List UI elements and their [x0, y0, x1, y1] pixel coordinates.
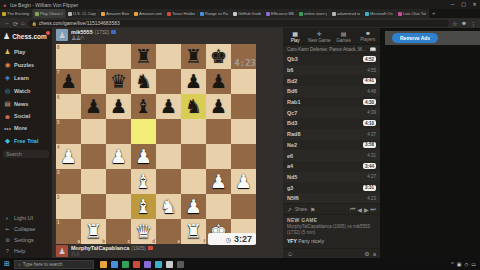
game-controls-row: ↗ Share ⚑ ⏮◀▶⏭ [283, 203, 380, 214]
rank-label: 5 [57, 120, 60, 125]
sidebar-item-label: Watch [14, 88, 30, 94]
move-row[interactable]: N5f64:23 [283, 193, 380, 203]
black-pawn[interactable]: ♟ [206, 69, 231, 94]
taskbar-app-icon[interactable] [133, 261, 140, 268]
browser-tab[interactable]: GitHub Guide to K... [231, 9, 264, 18]
tab-label: GitHub Guide to K... [238, 11, 261, 16]
square-b3[interactable] [81, 169, 106, 194]
new-tab-button[interactable]: + [429, 9, 439, 18]
browser-tabstrip: The Exciting Univer...Play Chess Online … [0, 9, 480, 18]
bottom-player-clock: ◷ 3:27 [208, 233, 256, 245]
tray-volume-icon[interactable]: ◇ [464, 261, 468, 267]
refresh-icon[interactable]: ⟳ [13, 20, 18, 27]
white-rook[interactable]: ♜ [81, 219, 106, 244]
square-g3[interactable]: ♟ [206, 169, 231, 194]
sidebar-item-puzzles[interactable]: ◉Puzzles [0, 58, 52, 71]
square-g6[interactable]: ♟ [206, 94, 231, 119]
browser-tab[interactable]: Play Chess Online for FRE... [33, 9, 66, 18]
white-pawn[interactable]: ♟ [131, 144, 156, 169]
square-a4[interactable]: 4♟ [56, 144, 81, 169]
tab-favicon [266, 12, 270, 16]
back-icon[interactable]: ← [4, 20, 10, 26]
sidebar-menu: ♟Play◉Puzzles◈Learn◎Watch▤News☻Social•••… [0, 45, 52, 134]
square-b6[interactable]: ♟ [81, 94, 106, 119]
browser-tab[interactable]: adamstrad se... [330, 9, 363, 18]
move-time: 3:44 [363, 163, 376, 169]
square-g7[interactable]: ♟ [206, 69, 231, 94]
square-e1[interactable]: e [156, 219, 181, 244]
sidebar-item-watch[interactable]: ◎Watch [0, 84, 52, 97]
bottom-player-flag-icon [148, 246, 153, 250]
chat-message: YFY Party nicely [287, 238, 376, 244]
ad-strip: Remove Ads [385, 31, 480, 45]
square-e5[interactable] [156, 119, 181, 144]
square-b8[interactable] [81, 44, 106, 69]
move-san[interactable]: Bd3 [287, 120, 363, 126]
white-pawn[interactable]: ♟ [56, 144, 81, 169]
square-b2[interactable] [81, 194, 106, 219]
close-button[interactable]: ✕ [469, 0, 480, 9]
square-c8[interactable] [106, 44, 131, 69]
white-pawn[interactable]: ♟ [106, 144, 131, 169]
chess-board[interactable]: 8♜♜♚7♟♛♞♟♟6♟♟♝♟♞♟54♟♟♟3♝♟♟2♝♞♟1ab♜cd♛ef♜… [56, 44, 256, 244]
sidebar-footer-collapse[interactable]: ⇤Collapse [0, 223, 52, 234]
move-time: 4:41 [363, 78, 376, 84]
panel-tab-new-game[interactable]: ✛New Game [307, 28, 331, 44]
tab-favicon [134, 12, 138, 16]
url-text: chess.com/game/live/115134683583 [39, 20, 120, 26]
move-san[interactable]: e6 [287, 153, 367, 159]
white-bishop[interactable]: ♝ [131, 194, 156, 219]
square-h7[interactable] [231, 69, 256, 94]
sidebar-footer-help[interactable]: ?Help [0, 245, 52, 256]
panel-tab-label: Games [336, 38, 351, 43]
move-row[interactable]: Rad84:37 [283, 129, 380, 140]
square-b1[interactable]: b♜ [81, 219, 106, 244]
square-c6[interactable]: ♟ [106, 94, 131, 119]
move-time: 4:48 [367, 89, 376, 94]
rank-label: 1 [57, 220, 60, 225]
taskbar-search-input[interactable]: ○ Type here to search [14, 260, 94, 269]
chat-message-text: Party nicely [298, 238, 324, 244]
square-c1[interactable]: c [106, 219, 131, 244]
square-c4[interactable]: ♟ [106, 144, 131, 169]
lock-icon: 🔒 [32, 21, 37, 26]
tab-favicon [35, 12, 39, 16]
square-f8[interactable]: ♜ [181, 44, 206, 69]
book-icon: 📖 [370, 46, 376, 52]
browser-tab[interactable]: Amazon.com De... [132, 9, 165, 18]
taskbar-app-icon[interactable] [100, 261, 107, 268]
square-d6[interactable]: ♝ [131, 94, 156, 119]
taskbar-search-placeholder: Type here to search [23, 262, 63, 267]
browser-tab[interactable]: Amazon Books Be... [99, 9, 132, 18]
sidebar-footer-label: Help [14, 248, 25, 254]
ad-area: Remove Ads [380, 28, 480, 258]
url-field[interactable]: 🔒 chess.com/game/live/115134683583 [28, 20, 450, 27]
black-pawn[interactable]: ♟ [56, 69, 81, 94]
move-san[interactable]: Bd2 [287, 78, 363, 84]
square-g4[interactable] [206, 144, 231, 169]
move-row[interactable]: a43:44 [283, 161, 380, 172]
tab-label: Amazon Books Be... [106, 11, 129, 16]
go-end-icon[interactable]: ⏭ [371, 206, 376, 213]
move-row[interactable]: Nd54:27 [283, 172, 380, 183]
square-c5[interactable] [106, 119, 131, 144]
black-pawn[interactable]: ♟ [81, 94, 106, 119]
play-icon: ▦ [292, 30, 298, 37]
move-san[interactable]: g3 [287, 185, 363, 191]
taskbar-tray: ^▣◇▭ [451, 261, 480, 267]
more-icon: ••• [4, 125, 11, 132]
sidebar-item-label: Play [14, 49, 25, 55]
panel-tab-label: Players [360, 37, 375, 42]
move-time: 4:10 [363, 120, 376, 126]
home-icon[interactable]: ⌂ [21, 20, 25, 26]
top-player-captured-pieces: ♙♙♘ [71, 35, 116, 41]
window-title: Ice Begin - William Von Flipper [6, 2, 78, 8]
tab-favicon [167, 12, 171, 16]
move-time: 3:31 [363, 185, 376, 191]
top-player-flag-icon [111, 30, 116, 34]
square-b7[interactable] [81, 69, 106, 94]
move-time: 4:31 [367, 153, 376, 158]
browser-tab[interactable]: Efficance MMO Surgi... [264, 9, 297, 18]
move-san[interactable]: Rab1 [287, 99, 363, 105]
square-h6[interactable] [231, 94, 256, 119]
puzzles-icon: ◉ [4, 61, 11, 69]
share-label[interactable]: Share [295, 207, 307, 212]
square-h3[interactable]: ♟ [231, 169, 256, 194]
sidebar-item-label: More [14, 125, 27, 131]
move-row[interactable]: e64:31 [283, 150, 380, 161]
square-a3[interactable]: 3 [56, 169, 81, 194]
chat-message-user: YFY [287, 238, 297, 244]
move-san[interactable]: Qc7 [287, 110, 367, 116]
collapse-icon: ⇤ [4, 226, 11, 232]
taskbar-app-icon[interactable] [166, 261, 173, 268]
games-icon: ▤ [341, 30, 347, 37]
sidebar-footer: ◐Light UI⇤Collapse⚙Settings?Help [0, 212, 52, 256]
move-san[interactable]: Ne2 [287, 142, 363, 148]
black-rook[interactable]: ♜ [181, 44, 206, 69]
taskbar-app-icon[interactable] [155, 261, 162, 268]
sidebar-item-learn[interactable]: ◈Learn [0, 71, 52, 84]
move-san[interactable]: Qb3 [287, 56, 363, 62]
square-e8[interactable] [156, 44, 181, 69]
tab-label: online store gro... [304, 11, 327, 16]
square-g5[interactable] [206, 119, 231, 144]
square-c7[interactable]: ♛ [106, 69, 131, 94]
logo-text: Chess.com [12, 33, 47, 40]
move-san[interactable]: Bd6 [287, 88, 367, 94]
move-row[interactable]: Bd34:10 [283, 118, 380, 129]
window-controls: ─ ▢ ✕ [447, 0, 480, 9]
browser-tab[interactable]: The Exciting Univer... [0, 9, 33, 18]
taskbar-app-icon[interactable] [122, 261, 129, 268]
tab-label: The Exciting Univer... [7, 11, 30, 16]
notification-badge [46, 31, 50, 35]
sidebar-item-label: Puzzles [14, 62, 34, 68]
square-f6[interactable]: ♞ [181, 94, 206, 119]
black-knight[interactable]: ♞ [181, 94, 206, 119]
black-pawn[interactable]: ♟ [156, 94, 181, 119]
square-f3[interactable] [181, 169, 206, 194]
square-h2[interactable] [231, 194, 256, 219]
move-time: 4:23 [367, 196, 376, 201]
settings-icon: ⚙ [4, 237, 11, 243]
square-e3[interactable] [156, 169, 181, 194]
rank-label: 8 [57, 45, 60, 50]
black-pawn[interactable]: ♟ [206, 94, 231, 119]
move-row[interactable]: Qc74:39 [283, 107, 380, 118]
square-f7[interactable]: ♟ [181, 69, 206, 94]
top-player-clock: 4:23 [234, 58, 256, 68]
sidebar-footer-label: Light UI [14, 215, 33, 221]
tab-label: Efficance MMO Surgi... [271, 11, 294, 16]
resign-flag-icon[interactable]: ⚑ [310, 206, 315, 213]
browser-tab[interactable]: Range vs Range Eq... [198, 9, 231, 18]
square-f4[interactable] [181, 144, 206, 169]
go-start-icon[interactable]: ⏮ [350, 206, 355, 213]
tray-battery-icon[interactable]: ▭ [471, 261, 476, 267]
tab-favicon [101, 12, 105, 16]
square-d2[interactable]: ♝ [131, 194, 156, 219]
move-row[interactable]: g33:31 [283, 182, 380, 193]
move-time: 4:39 [367, 110, 376, 115]
white-knight[interactable]: ♞ [156, 194, 181, 219]
move-row[interactable]: Rab14:30 [283, 97, 380, 108]
square-h5[interactable] [231, 119, 256, 144]
browser-tab[interactable]: online store gro... [297, 9, 330, 18]
minimize-button[interactable]: ─ [447, 0, 458, 9]
square-e2[interactable]: ♞ [156, 194, 181, 219]
share-icon[interactable]: ↗ [287, 206, 292, 213]
tray-network-icon[interactable]: ▣ [457, 261, 462, 267]
taskbar-app-icon[interactable] [144, 261, 151, 268]
taskbar-search-icon: ○ [18, 262, 21, 267]
white-bishop[interactable]: ♝ [131, 169, 156, 194]
square-d5[interactable] [131, 119, 156, 144]
news-icon: ▤ [4, 100, 11, 108]
square-a6[interactable]: 6 [56, 94, 81, 119]
sidebar-item-label: Learn [14, 75, 29, 81]
window-titlebar: ● Ice Begin - William Von Flipper ─ ▢ ✕ [0, 0, 480, 9]
maximize-button[interactable]: ▢ [458, 0, 469, 9]
learn-icon: ◈ [4, 74, 11, 82]
panel-tab-label: New Game [308, 38, 331, 43]
tab-favicon [365, 12, 369, 16]
panel-tab-label: Play [291, 38, 300, 43]
sidebar-footer-light-ui[interactable]: ◐Light UI [0, 212, 52, 223]
square-e6[interactable]: ♟ [156, 94, 181, 119]
move-row[interactable]: Bd64:48 [283, 86, 380, 97]
square-b5[interactable] [81, 119, 106, 144]
move-time: 4:55 [367, 68, 376, 73]
move-list[interactable]: Qb34:52b64:55Bd24:41Bd64:48Rab14:30Qc74:… [283, 54, 380, 203]
top-player-info: mik5555 (1732) ♙♙♘ [71, 28, 116, 42]
clock-icon: ◷ [226, 236, 231, 243]
bottom-player-avatar[interactable]: ♟ [56, 245, 68, 257]
rank-label: 6 [57, 95, 60, 100]
remove-ads-button[interactable]: Remove Ads [392, 33, 438, 43]
tab-favicon [299, 12, 303, 16]
black-king[interactable]: ♚ [206, 44, 231, 69]
bottom-player-captured-pieces: ♟♝ [71, 251, 153, 257]
square-d8[interactable]: ♜ [131, 44, 156, 69]
play-icon: ♟ [4, 48, 11, 56]
bookmark-star-icon[interactable]: ☆ [452, 20, 457, 27]
black-queen[interactable]: ♛ [106, 69, 131, 94]
tab-label: Play Chess Online for FRE... [40, 11, 63, 16]
browser-tab[interactable]: Lois Choi Talent Co... [396, 9, 429, 18]
black-bishop[interactable]: ♝ [131, 94, 156, 119]
white-rook[interactable]: ♜ [181, 219, 206, 244]
help-icon: ? [4, 248, 11, 254]
watch-icon: ◎ [4, 87, 11, 95]
white-pawn[interactable]: ♟ [231, 169, 256, 194]
panel-tab-games[interactable]: ▤Games [332, 28, 356, 44]
move-san[interactable]: N5f6 [287, 195, 367, 201]
panel-tabs: ▦Play✛New Game▤Games☻Players [283, 28, 380, 45]
logo-pawn-icon: ♟ [3, 32, 10, 41]
free-trial-label: Free Trial [14, 138, 38, 144]
players-icon: ☻ [365, 30, 371, 36]
tab-favicon [2, 12, 6, 16]
browser-addressbar: ← ⟳ ⌂ 🔒 chess.com/game/live/115134683583… [0, 18, 480, 28]
move-san[interactable]: Nd5 [287, 174, 367, 180]
diamond-icon: ◆ [4, 137, 11, 145]
emoji-icon[interactable]: ☺ [287, 251, 293, 257]
square-f1[interactable]: f♜ [181, 219, 206, 244]
move-row[interactable]: b64:55 [283, 65, 380, 76]
square-g2[interactable] [206, 194, 231, 219]
chat-box: NEW GAME MorphyTalCapablanca (1905) vs m… [283, 214, 380, 248]
square-b4[interactable] [81, 144, 106, 169]
text-size-icon[interactable]: a [373, 251, 376, 257]
square-a8[interactable]: 8 [56, 44, 81, 69]
move-san[interactable]: Rad8 [287, 131, 367, 137]
square-c2[interactable] [106, 194, 131, 219]
taskbar-app-icon[interactable] [111, 261, 118, 268]
square-d7[interactable]: ♞ [131, 69, 156, 94]
taskbar-app-icons [100, 261, 184, 268]
browser-menu-icon[interactable]: ⋮ [470, 20, 476, 27]
tab-label: Lois Choi Talent Co... [403, 11, 426, 16]
sidebar-item-news[interactable]: ▤News [0, 97, 52, 110]
sidebar-search-input[interactable]: Search [3, 150, 49, 158]
board-area: ♟ mik5555 (1732) ♙♙♘ 8♜♜♚7♟♛♞♟♟6♟♟♝♟♞♟54… [52, 28, 283, 258]
tab-label: Amazon.com De... [139, 11, 162, 16]
sidebar-item-free-trial[interactable]: ◆ Free Trial [0, 134, 52, 147]
move-time: 4:37 [367, 132, 376, 137]
tab-label: U.S. Cl..Copyrig... [73, 11, 96, 16]
tab-label: Range vs Range Eq... [205, 11, 228, 16]
tab-favicon [332, 12, 336, 16]
chat-new-game-header: NEW GAME [287, 217, 376, 223]
move-time: 4:30 [363, 99, 376, 105]
chesscom-logo[interactable]: ♟ Chess.com [0, 30, 52, 45]
forward-move-icon[interactable]: ▶ [364, 206, 369, 213]
tab-label: Microsoft On Thi... [370, 11, 393, 16]
chat-players-line: MorphyTalCapablanca (1905) vs mik5555 (1… [287, 224, 376, 236]
game-panel: ▦Play✛New Game▤Games☻Players Caro-Kann D… [283, 28, 380, 258]
square-f2[interactable]: ♟ [181, 194, 206, 219]
sidebar-item-label: News [14, 101, 28, 107]
opening-name: Caro-Kann Defense: Panov Attack, Main Li… [287, 47, 368, 52]
sidebar-footer-settings[interactable]: ⚙Settings [0, 234, 52, 245]
move-row[interactable]: Qb34:52 [283, 54, 380, 65]
square-a5[interactable]: 5 [56, 119, 81, 144]
white-pawn[interactable]: ♟ [181, 194, 206, 219]
bottom-clock-time: 3:27 [234, 234, 252, 244]
panel-tab-play[interactable]: ▦Play [283, 28, 307, 44]
move-san[interactable]: b6 [287, 67, 367, 73]
tab-favicon [200, 12, 204, 16]
rank-label: 2 [57, 195, 60, 200]
chat-settings-gear-icon[interactable]: ⚙ [364, 250, 369, 257]
tray-expand-icon[interactable]: ^ [451, 261, 453, 267]
opening-row[interactable]: Caro-Kann Defense: Panov Attack, Main Li… [283, 45, 380, 54]
new-game-icon: ✛ [317, 30, 322, 37]
square-a7[interactable]: 7♟ [56, 69, 81, 94]
square-e4[interactable] [156, 144, 181, 169]
sidebar-item-play[interactable]: ♟Play [0, 45, 52, 58]
sidebar-item-more[interactable]: •••More [0, 122, 52, 134]
move-san[interactable]: a4 [287, 163, 363, 169]
bottom-player-info: MorphyTalCapablanca (1905) ♟♝ [71, 244, 153, 258]
move-time: 4:52 [363, 56, 376, 62]
back-move-icon[interactable]: ◀ [357, 206, 362, 213]
square-g8[interactable]: ♚ [206, 44, 231, 69]
move-row[interactable]: Ne23:58 [283, 140, 380, 151]
square-a1[interactable]: 1a [56, 219, 81, 244]
square-d3[interactable]: ♝ [131, 169, 156, 194]
square-c3[interactable] [106, 169, 131, 194]
square-d1[interactable]: d♛ [131, 219, 156, 244]
browser-tab[interactable]: Microsoft On Thi... [363, 9, 396, 18]
white-pawn[interactable]: ♟ [206, 169, 231, 194]
white-queen[interactable]: ♛ [131, 219, 156, 244]
top-player-avatar[interactable]: ♟ [56, 29, 68, 41]
start-button[interactable]: ⊞ [0, 260, 14, 268]
tab-favicon [68, 12, 72, 16]
black-pawn[interactable]: ♟ [106, 94, 131, 119]
move-row[interactable]: Bd24:41 [283, 75, 380, 86]
black-knight[interactable]: ♞ [131, 69, 156, 94]
black-pawn[interactable]: ♟ [181, 69, 206, 94]
browser-tab[interactable]: U.S. Cl..Copyrig... [66, 9, 99, 18]
square-f5[interactable] [181, 119, 206, 144]
profile-icon[interactable]: ☻ [461, 20, 467, 26]
rank-label: 3 [57, 170, 60, 175]
browser-tab[interactable]: Texas Holdem Onli... [165, 9, 198, 18]
square-h4[interactable] [231, 144, 256, 169]
sidebar-item-social[interactable]: ☻Social [0, 110, 52, 122]
move-time: 3:58 [363, 142, 376, 148]
chat-input-row[interactable]: ☺ ⚙ a [283, 248, 380, 258]
black-rook[interactable]: ♜ [131, 44, 156, 69]
panel-tab-players[interactable]: ☻Players [356, 28, 380, 44]
taskbar-app-icon[interactable] [177, 261, 184, 268]
square-d4[interactable]: ♟ [131, 144, 156, 169]
square-a2[interactable]: 2 [56, 194, 81, 219]
windows-taskbar: ⊞ ○ Type here to search ^▣◇▭ [0, 258, 480, 270]
square-e7[interactable] [156, 69, 181, 94]
tab-label: adamstrad se... [337, 11, 360, 16]
sidebar-footer-label: Collapse [14, 226, 35, 232]
sidebar-footer-label: Settings [14, 237, 34, 243]
